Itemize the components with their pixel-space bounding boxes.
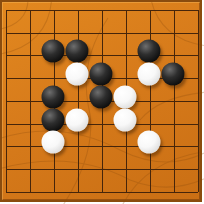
intersection[interactable] — [114, 0, 138, 21]
intersection[interactable] — [90, 112, 114, 135]
intersection[interactable] — [186, 90, 204, 113]
white-stone — [114, 108, 137, 131]
intersection[interactable] — [0, 0, 18, 21]
intersection[interactable] — [114, 135, 138, 158]
black-stone — [42, 108, 65, 131]
board-grid — [0, 0, 204, 203]
intersection[interactable] — [162, 0, 186, 21]
intersection[interactable] — [18, 21, 42, 44]
intersection[interactable] — [186, 135, 204, 158]
intersection[interactable] — [114, 158, 138, 181]
intersection[interactable] — [66, 135, 90, 158]
intersection[interactable] — [18, 112, 42, 135]
black-stone — [138, 40, 161, 63]
go-app-window — [0, 0, 204, 204]
intersection[interactable] — [114, 181, 138, 204]
intersection[interactable] — [114, 44, 138, 67]
intersection[interactable] — [90, 21, 114, 44]
intersection[interactable] — [90, 158, 114, 181]
intersection[interactable] — [18, 90, 42, 113]
intersection[interactable] — [66, 67, 90, 90]
intersection[interactable] — [66, 181, 90, 204]
intersection[interactable] — [186, 67, 204, 90]
intersection[interactable] — [18, 44, 42, 67]
white-stone — [66, 63, 89, 86]
intersection[interactable] — [0, 158, 18, 181]
intersection[interactable] — [138, 90, 162, 113]
intersection[interactable] — [18, 181, 42, 204]
intersection[interactable] — [66, 112, 90, 135]
intersection[interactable] — [138, 0, 162, 21]
intersection[interactable] — [18, 0, 42, 21]
intersection[interactable] — [18, 135, 42, 158]
intersection[interactable] — [90, 90, 114, 113]
white-stone — [114, 85, 137, 108]
intersection[interactable] — [138, 158, 162, 181]
intersection[interactable] — [186, 0, 204, 21]
intersection[interactable] — [90, 135, 114, 158]
white-stone — [42, 131, 65, 154]
intersection[interactable] — [42, 181, 66, 204]
intersection[interactable] — [138, 67, 162, 90]
white-stone — [138, 131, 161, 154]
intersection[interactable] — [162, 21, 186, 44]
black-stone — [42, 85, 65, 108]
black-stone — [90, 85, 113, 108]
intersection[interactable] — [162, 158, 186, 181]
intersection[interactable] — [90, 0, 114, 21]
intersection[interactable] — [0, 67, 18, 90]
intersection[interactable] — [114, 21, 138, 44]
intersection[interactable] — [66, 0, 90, 21]
intersection[interactable] — [138, 135, 162, 158]
white-stone — [138, 63, 161, 86]
intersection[interactable] — [0, 112, 18, 135]
black-stone — [66, 40, 89, 63]
intersection[interactable] — [162, 181, 186, 204]
intersection[interactable] — [42, 135, 66, 158]
white-stone — [66, 108, 89, 131]
intersection[interactable] — [114, 112, 138, 135]
intersection[interactable] — [42, 44, 66, 67]
intersection[interactable] — [18, 158, 42, 181]
black-stone — [42, 40, 65, 63]
black-stone — [90, 63, 113, 86]
intersection[interactable] — [0, 44, 18, 67]
intersection[interactable] — [162, 67, 186, 90]
intersection[interactable] — [0, 90, 18, 113]
intersection[interactable] — [0, 181, 18, 204]
intersection[interactable] — [138, 181, 162, 204]
intersection[interactable] — [162, 90, 186, 113]
intersection[interactable] — [186, 44, 204, 67]
intersection[interactable] — [42, 0, 66, 21]
intersection[interactable] — [162, 112, 186, 135]
intersection[interactable] — [186, 181, 204, 204]
intersection[interactable] — [162, 135, 186, 158]
intersection[interactable] — [42, 158, 66, 181]
black-stone — [162, 63, 185, 86]
intersection[interactable] — [90, 181, 114, 204]
intersection[interactable] — [186, 112, 204, 135]
intersection[interactable] — [0, 21, 18, 44]
intersection[interactable] — [66, 158, 90, 181]
intersection[interactable] — [186, 21, 204, 44]
intersection[interactable] — [186, 158, 204, 181]
intersection[interactable] — [18, 67, 42, 90]
intersection[interactable] — [0, 135, 18, 158]
